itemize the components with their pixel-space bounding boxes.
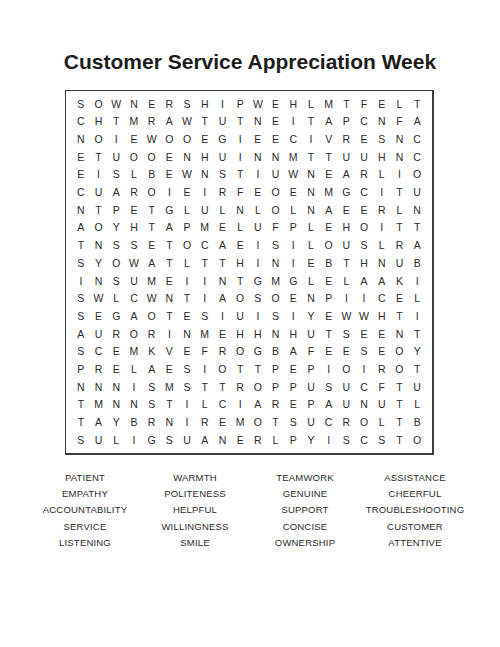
- grid-cell-r17c20: U: [408, 378, 426, 396]
- grid-cell-r12c14: N: [302, 290, 320, 308]
- grid-cell-r19c7: I: [178, 414, 196, 432]
- grid-cell-r1c6: R: [161, 95, 179, 113]
- grid-cell-r10c11: I: [249, 254, 267, 272]
- grid-cell-r4c18: H: [373, 148, 391, 166]
- grid-cell-r17c8: T: [196, 378, 214, 396]
- grid-cell-r15c11: G: [249, 343, 267, 361]
- grid-cell-r12c4: C: [125, 290, 143, 308]
- grid-cell-r2c1: C: [72, 113, 90, 131]
- grid-cell-r9c10: E: [231, 237, 249, 255]
- grid-cell-r10c12: N: [267, 254, 285, 272]
- grid-cell-r14c8: M: [196, 325, 214, 343]
- grid-cell-r2c14: T: [302, 113, 320, 131]
- grid-cell-r20c3: L: [107, 431, 125, 449]
- grid-cell-r16c19: O: [391, 361, 409, 379]
- grid-cell-r12c5: W: [143, 290, 161, 308]
- grid-cell-r5c1: E: [72, 166, 90, 184]
- grid-cell-r8c1: A: [72, 219, 90, 237]
- word-item-listening: LISTENING: [30, 534, 140, 550]
- grid-cell-r20c11: R: [249, 431, 267, 449]
- grid-cell-r20c10: E: [231, 431, 249, 449]
- grid-cell-r6c6: I: [161, 184, 179, 202]
- grid-cell-r5c15: E: [320, 166, 338, 184]
- grid-cell-r2c11: N: [249, 113, 267, 131]
- grid-cell-r2c8: T: [196, 113, 214, 131]
- grid-cell-r17c1: N: [72, 378, 90, 396]
- grid-cell-r18c8: L: [196, 396, 214, 414]
- grid-cell-r3c10: I: [231, 130, 249, 148]
- word-item-ownership: OWNERSHIP: [250, 534, 360, 550]
- grid-cell-r5c18: L: [373, 166, 391, 184]
- word-item-accountability: ACCOUNTABILITY: [30, 502, 140, 518]
- grid-cell-r12c13: E: [284, 290, 302, 308]
- grid-cell-r14c9: E: [214, 325, 232, 343]
- grid-cell-r17c3: N: [107, 378, 125, 396]
- grid-cell-r14c1: A: [72, 325, 90, 343]
- grid-cell-r16c3: E: [107, 361, 125, 379]
- grid-cell-r7c4: E: [125, 201, 143, 219]
- grid-cell-r6c9: R: [214, 184, 232, 202]
- grid-cell-r6c13: E: [284, 184, 302, 202]
- grid-cell-r14c20: T: [408, 325, 426, 343]
- grid-cell-r3c1: N: [72, 130, 90, 148]
- word-item-empathy: EMPATHY: [30, 485, 140, 501]
- grid-cell-r19c19: T: [391, 414, 409, 432]
- grid-cell-r10c9: T: [214, 254, 232, 272]
- grid-cell-r13c11: I: [249, 307, 267, 325]
- grid-cell-r20c9: N: [214, 431, 232, 449]
- grid-cell-r8c13: P: [284, 219, 302, 237]
- grid-cell-r3c15: V: [320, 130, 338, 148]
- grid-cell-r3c20: C: [408, 130, 426, 148]
- grid-cell-r1c7: S: [178, 95, 196, 113]
- grid-cell-r3c18: S: [373, 130, 391, 148]
- grid-cell-r1c1: S: [72, 95, 90, 113]
- grid-cell-r7c14: N: [302, 201, 320, 219]
- grid-cell-r3c14: I: [302, 130, 320, 148]
- grid-cell-r11c4: U: [125, 272, 143, 290]
- grid-cell-r8c7: P: [178, 219, 196, 237]
- grid-cell-r11c6: E: [161, 272, 179, 290]
- grid-cell-r9c7: O: [178, 237, 196, 255]
- grid-cell-r13c18: H: [373, 307, 391, 325]
- grid-cell-r4c6: E: [161, 148, 179, 166]
- grid-cell-r12c12: O: [267, 290, 285, 308]
- grid-cell-r9c9: A: [214, 237, 232, 255]
- grid-cell-r19c15: C: [320, 414, 338, 432]
- grid-cell-r16c5: A: [143, 361, 161, 379]
- grid-cell-r13c12: S: [267, 307, 285, 325]
- grid-cell-r19c16: R: [338, 414, 356, 432]
- worksheet-page: Customer Service Appreciation Week SOWNE…: [0, 0, 500, 647]
- grid-cell-r6c15: M: [320, 184, 338, 202]
- grid-cell-r13c17: W: [355, 307, 373, 325]
- grid-cell-r15c2: C: [90, 343, 108, 361]
- grid-cell-r17c7: S: [178, 378, 196, 396]
- grid-cell-r7c17: E: [355, 201, 373, 219]
- grid-cell-r7c20: N: [408, 201, 426, 219]
- grid-cell-r12c6: N: [161, 290, 179, 308]
- grid-cell-r3c13: C: [284, 130, 302, 148]
- grid-cell-r14c18: E: [373, 325, 391, 343]
- grid-cell-r4c13: M: [284, 148, 302, 166]
- grid-cell-r7c19: L: [391, 201, 409, 219]
- grid-cell-r1c18: E: [373, 95, 391, 113]
- grid-cell-r5c7: W: [178, 166, 196, 184]
- grid-cell-r20c17: C: [355, 431, 373, 449]
- grid-cell-r4c11: N: [249, 148, 267, 166]
- grid-cell-r7c11: L: [249, 201, 267, 219]
- grid-cell-r10c16: T: [338, 254, 356, 272]
- grid-cell-r11c17: A: [355, 272, 373, 290]
- grid-cell-r2c19: F: [391, 113, 409, 131]
- grid-cell-r7c18: R: [373, 201, 391, 219]
- grid-cell-r16c1: P: [72, 361, 90, 379]
- grid-cell-r8c3: Y: [107, 219, 125, 237]
- grid-cell-r17c10: R: [231, 378, 249, 396]
- word-item-smile: SMILE: [140, 534, 250, 550]
- grid-cell-r7c6: G: [161, 201, 179, 219]
- grid-cell-r19c20: B: [408, 414, 426, 432]
- grid-cell-r9c16: U: [338, 237, 356, 255]
- grid-cell-r10c2: Y: [90, 254, 108, 272]
- grid-cell-r6c17: C: [355, 184, 373, 202]
- grid-cell-r3c8: E: [196, 130, 214, 148]
- grid-cell-r12c2: W: [90, 290, 108, 308]
- grid-cell-r18c7: I: [178, 396, 196, 414]
- puzzle-title: Customer Service Appreciation Week: [0, 50, 500, 74]
- grid-cell-r6c1: C: [72, 184, 90, 202]
- grid-cell-r8c8: M: [196, 219, 214, 237]
- grid-cell-r2c5: R: [143, 113, 161, 131]
- grid-cell-r1c10: P: [231, 95, 249, 113]
- grid-cell-r5c14: N: [302, 166, 320, 184]
- grid-cell-r14c17: E: [355, 325, 373, 343]
- grid-cell-r9c15: O: [320, 237, 338, 255]
- grid-cell-r13c2: E: [90, 307, 108, 325]
- grid-cell-r1c20: T: [408, 95, 426, 113]
- grid-cell-r16c16: O: [338, 361, 356, 379]
- grid-cell-r13c7: E: [178, 307, 196, 325]
- grid-cell-r2c10: T: [231, 113, 249, 131]
- grid-cell-r4c15: T: [320, 148, 338, 166]
- grid-cell-r13c14: Y: [302, 307, 320, 325]
- grid-cell-r20c8: A: [196, 431, 214, 449]
- grid-cell-r18c17: N: [355, 396, 373, 414]
- grid-cell-r16c11: T: [249, 361, 267, 379]
- grid-cell-r16c15: I: [320, 361, 338, 379]
- grid-cell-r9c18: L: [373, 237, 391, 255]
- grid-cell-r16c2: R: [90, 361, 108, 379]
- grid-cell-r11c15: E: [320, 272, 338, 290]
- grid-cell-r19c10: M: [231, 414, 249, 432]
- grid-cell-r7c3: P: [107, 201, 125, 219]
- grid-cell-r2c7: W: [178, 113, 196, 131]
- grid-cell-r10c4: W: [125, 254, 143, 272]
- grid-cell-r18c9: C: [214, 396, 232, 414]
- grid-cell-r5c6: E: [161, 166, 179, 184]
- grid-cell-r4c2: T: [90, 148, 108, 166]
- grid-cell-r19c18: L: [373, 414, 391, 432]
- grid-cell-r12c18: C: [373, 290, 391, 308]
- grid-cell-r9c12: S: [267, 237, 285, 255]
- grid-cell-r10c17: H: [355, 254, 373, 272]
- grid-cell-r15c20: Y: [408, 343, 426, 361]
- grid-cell-r13c5: O: [143, 307, 161, 325]
- grid-cell-r4c14: T: [302, 148, 320, 166]
- grid-cell-r14c13: H: [284, 325, 302, 343]
- grid-cell-r1c8: H: [196, 95, 214, 113]
- grid-cell-r18c14: P: [302, 396, 320, 414]
- grid-cell-r19c5: R: [143, 414, 161, 432]
- grid-cell-r5c10: T: [231, 166, 249, 184]
- grid-cell-r15c14: F: [302, 343, 320, 361]
- grid-cell-r11c1: I: [72, 272, 90, 290]
- grid-cell-r20c18: S: [373, 431, 391, 449]
- grid-cell-r1c12: E: [267, 95, 285, 113]
- grid-cell-r3c9: G: [214, 130, 232, 148]
- grid-cell-r20c2: U: [90, 431, 108, 449]
- grid-cell-r18c16: U: [338, 396, 356, 414]
- grid-cell-r17c19: T: [391, 378, 409, 396]
- grid-cell-r13c15: E: [320, 307, 338, 325]
- grid-cell-r1c4: N: [125, 95, 143, 113]
- grid-cell-r15c6: V: [161, 343, 179, 361]
- grid-cell-r15c7: E: [178, 343, 196, 361]
- grid-cell-r8c16: H: [338, 219, 356, 237]
- grid-cell-r5c19: I: [391, 166, 409, 184]
- grid-cell-r15c16: E: [338, 343, 356, 361]
- grid-cell-r18c3: N: [107, 396, 125, 414]
- grid-cell-r18c18: U: [373, 396, 391, 414]
- grid-cell-r14c5: R: [143, 325, 161, 343]
- grid-cell-r14c15: T: [320, 325, 338, 343]
- grid-cell-r7c10: N: [231, 201, 249, 219]
- grid-cell-r16c13: E: [284, 361, 302, 379]
- grid-cell-r3c4: E: [125, 130, 143, 148]
- grid-cell-r19c4: B: [125, 414, 143, 432]
- grid-cell-r9c6: T: [161, 237, 179, 255]
- grid-cell-r5c12: U: [267, 166, 285, 184]
- grid-cell-r9c8: C: [196, 237, 214, 255]
- grid-cell-r12c20: L: [408, 290, 426, 308]
- grid-cell-r17c9: T: [214, 378, 232, 396]
- word-item-helpful: HELPFUL: [140, 502, 250, 518]
- grid-cell-r18c13: E: [284, 396, 302, 414]
- grid-cell-r15c19: O: [391, 343, 409, 361]
- grid-cell-r10c8: T: [196, 254, 214, 272]
- grid-cell-r8c9: E: [214, 219, 232, 237]
- grid-cell-r19c9: E: [214, 414, 232, 432]
- grid-cell-r6c8: I: [196, 184, 214, 202]
- grid-cell-r14c2: U: [90, 325, 108, 343]
- grid-cell-r13c4: A: [125, 307, 143, 325]
- grid-cell-r9c13: I: [284, 237, 302, 255]
- grid-cell-r1c2: O: [90, 95, 108, 113]
- word-list: PATIENTWARMTHTEAMWORKASSISTANCEEMPATHYPO…: [30, 469, 470, 550]
- grid-cell-r17c14: U: [302, 378, 320, 396]
- grid-cell-r14c4: O: [125, 325, 143, 343]
- grid-cell-r14c11: H: [249, 325, 267, 343]
- grid-cell-r18c5: S: [143, 396, 161, 414]
- grid-cell-r7c8: U: [196, 201, 214, 219]
- grid-cell-r7c13: L: [284, 201, 302, 219]
- grid-cell-r9c2: N: [90, 237, 108, 255]
- grid-cell-r15c10: O: [231, 343, 249, 361]
- grid-cell-r20c12: L: [267, 431, 285, 449]
- grid-cell-r16c10: T: [231, 361, 249, 379]
- grid-cell-r15c18: E: [373, 343, 391, 361]
- grid-cell-r19c13: S: [284, 414, 302, 432]
- grid-cell-r6c2: U: [90, 184, 108, 202]
- grid-cell-r9c5: E: [143, 237, 161, 255]
- grid-cell-r5c17: R: [355, 166, 373, 184]
- grid-cell-r8c19: T: [391, 219, 409, 237]
- grid-cell-r1c15: M: [320, 95, 338, 113]
- grid-cell-r14c19: N: [391, 325, 409, 343]
- grid-cell-r4c1: E: [72, 148, 90, 166]
- grid-cell-r6c11: E: [249, 184, 267, 202]
- grid-cell-r17c16: U: [338, 378, 356, 396]
- grid-cell-r18c4: N: [125, 396, 143, 414]
- grid-cell-r17c2: N: [90, 378, 108, 396]
- grid-cell-r6c7: E: [178, 184, 196, 202]
- grid-cell-r1c5: E: [143, 95, 161, 113]
- grid-cell-r5c11: I: [249, 166, 267, 184]
- grid-cell-r19c6: N: [161, 414, 179, 432]
- grid-cell-r13c6: T: [161, 307, 179, 325]
- grid-cell-r7c16: E: [338, 201, 356, 219]
- grid-cell-r16c20: T: [408, 361, 426, 379]
- grid-cell-r11c2: N: [90, 272, 108, 290]
- grid-cell-r20c4: I: [125, 431, 143, 449]
- word-item-concise: CONCISE: [250, 518, 360, 534]
- word-item-patient: PATIENT: [30, 469, 140, 485]
- word-item-troubleshooting: TROUBLESHOOTING: [360, 502, 470, 518]
- grid-cell-r6c16: G: [338, 184, 356, 202]
- word-item-warmth: WARMTH: [140, 469, 250, 485]
- grid-cell-r14c12: N: [267, 325, 285, 343]
- grid-cell-r8c15: E: [320, 219, 338, 237]
- grid-cell-r1c9: I: [214, 95, 232, 113]
- grid-cell-r9c1: T: [72, 237, 90, 255]
- grid-cell-r6c19: T: [391, 184, 409, 202]
- word-item-attentive: ATTENTIVE: [360, 534, 470, 550]
- grid-cell-r10c5: A: [143, 254, 161, 272]
- grid-cell-r4c17: U: [355, 148, 373, 166]
- grid-cell-r6c4: R: [125, 184, 143, 202]
- grid-cell-r5c8: N: [196, 166, 214, 184]
- grid-cell-r18c10: I: [231, 396, 249, 414]
- grid-cell-r2c20: A: [408, 113, 426, 131]
- grid-cell-r10c18: N: [373, 254, 391, 272]
- grid-cell-r20c20: O: [408, 431, 426, 449]
- word-item-willingness: WILLINGNESS: [140, 518, 250, 534]
- grid-cell-r10c1: S: [72, 254, 90, 272]
- grid-cell-r20c6: S: [161, 431, 179, 449]
- grid-cell-r15c4: M: [125, 343, 143, 361]
- grid-cell-r15c3: E: [107, 343, 125, 361]
- grid-cell-r17c18: F: [373, 378, 391, 396]
- grid-cell-r13c3: G: [107, 307, 125, 325]
- grid-cell-r11c12: M: [267, 272, 285, 290]
- grid-cell-r6c14: N: [302, 184, 320, 202]
- grid-cell-r8c5: T: [143, 219, 161, 237]
- grid-cell-r16c18: R: [373, 361, 391, 379]
- grid-cell-r19c12: T: [267, 414, 285, 432]
- grid-cell-r10c7: L: [178, 254, 196, 272]
- grid-cell-r5c16: A: [338, 166, 356, 184]
- grid-cell-r15c13: A: [284, 343, 302, 361]
- grid-cell-r2c18: N: [373, 113, 391, 131]
- grid-cell-r10c10: H: [231, 254, 249, 272]
- grid-cell-r2c4: M: [125, 113, 143, 131]
- grid-cell-r16c14: P: [302, 361, 320, 379]
- grid-cell-r18c1: T: [72, 396, 90, 414]
- grid-cell-r20c5: G: [143, 431, 161, 449]
- grid-cell-r2c12: E: [267, 113, 285, 131]
- grid-cell-r18c19: T: [391, 396, 409, 414]
- grid-cell-r2c3: T: [107, 113, 125, 131]
- grid-cell-r7c12: O: [267, 201, 285, 219]
- grid-cell-r4c16: U: [338, 148, 356, 166]
- grid-cell-r11c20: I: [408, 272, 426, 290]
- grid-cell-r9c3: S: [107, 237, 125, 255]
- grid-cell-r20c15: I: [320, 431, 338, 449]
- grid-cell-r9c14: L: [302, 237, 320, 255]
- grid-cell-r12c16: I: [338, 290, 356, 308]
- grid-cell-r15c1: S: [72, 343, 90, 361]
- grid-cell-r8c6: A: [161, 219, 179, 237]
- grid-cell-r1c11: W: [249, 95, 267, 113]
- grid-cell-r10c20: B: [408, 254, 426, 272]
- grid-cell-r11c18: A: [373, 272, 391, 290]
- grid-cell-r5c20: O: [408, 166, 426, 184]
- grid-cell-r18c11: A: [249, 396, 267, 414]
- grid-cell-r3c6: O: [161, 130, 179, 148]
- grid-cell-r13c16: W: [338, 307, 356, 325]
- grid-cell-r17c13: P: [284, 378, 302, 396]
- grid-cell-r19c14: U: [302, 414, 320, 432]
- grid-cell-r19c8: R: [196, 414, 214, 432]
- grid-cell-r6c12: O: [267, 184, 285, 202]
- grid-cell-r1c17: F: [355, 95, 373, 113]
- grid-cell-r12c9: A: [214, 290, 232, 308]
- grid-cell-r3c7: O: [178, 130, 196, 148]
- grid-cell-r20c7: U: [178, 431, 196, 449]
- grid-cell-r15c17: S: [355, 343, 373, 361]
- grid-cell-r1c16: T: [338, 95, 356, 113]
- grid-cell-r11c19: K: [391, 272, 409, 290]
- grid-cell-r5c4: L: [125, 166, 143, 184]
- grid-cell-r16c8: I: [196, 361, 214, 379]
- grid-cell-r3c16: R: [338, 130, 356, 148]
- grid-cell-r7c9: L: [214, 201, 232, 219]
- grid-cell-r17c5: S: [143, 378, 161, 396]
- word-item-politeness: POLITENESS: [140, 485, 250, 501]
- grid-cell-r4c19: N: [391, 148, 409, 166]
- grid-cell-r19c1: T: [72, 414, 90, 432]
- word-item-support: SUPPORT: [250, 502, 360, 518]
- grid-cell-r10c6: T: [161, 254, 179, 272]
- grid-cell-r12c15: P: [320, 290, 338, 308]
- grid-cell-r15c15: E: [320, 343, 338, 361]
- grid-cell-r1c14: L: [302, 95, 320, 113]
- word-item-service: SERVICE: [30, 518, 140, 534]
- grid-cell-r13c9: I: [214, 307, 232, 325]
- grid-cell-r6c10: F: [231, 184, 249, 202]
- grid-cell-r11c7: I: [178, 272, 196, 290]
